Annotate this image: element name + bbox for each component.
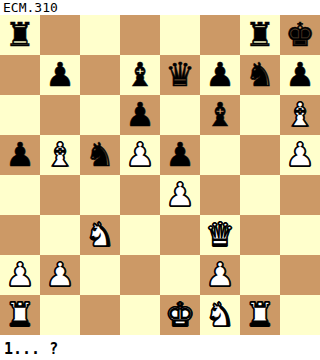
square-h1[interactable] xyxy=(280,295,320,335)
square-g1[interactable]: ♜ xyxy=(240,295,280,335)
square-c8[interactable] xyxy=(80,15,120,55)
square-g8[interactable]: ♜ xyxy=(240,15,280,55)
piece-bP-f7: ♟ xyxy=(205,55,235,95)
piece-wP-d5: ♟ xyxy=(125,135,155,175)
square-e1[interactable]: ♚ xyxy=(160,295,200,335)
square-d5[interactable]: ♟ xyxy=(120,135,160,175)
square-e2[interactable] xyxy=(160,255,200,295)
square-f3[interactable]: ♛ xyxy=(200,215,240,255)
square-f4[interactable] xyxy=(200,175,240,215)
square-a7[interactable] xyxy=(0,55,40,95)
square-d7[interactable]: ♝ xyxy=(120,55,160,95)
square-g6[interactable] xyxy=(240,95,280,135)
chess-board: ♜♜♚♟♝♛♟♞♟♟♝♝♟♝♞♟♟♟♟♞♛♟♟♟♜♚♞♜ xyxy=(0,15,320,335)
square-b6[interactable] xyxy=(40,95,80,135)
square-b7[interactable]: ♟ xyxy=(40,55,80,95)
square-a4[interactable] xyxy=(0,175,40,215)
square-g2[interactable] xyxy=(240,255,280,295)
square-f7[interactable]: ♟ xyxy=(200,55,240,95)
piece-bP-h7: ♟ xyxy=(285,55,315,95)
square-c7[interactable] xyxy=(80,55,120,95)
piece-wP-a2: ♟ xyxy=(5,255,35,295)
square-h3[interactable] xyxy=(280,215,320,255)
piece-bB-d7: ♝ xyxy=(125,55,155,95)
square-a2[interactable]: ♟ xyxy=(0,255,40,295)
piece-bP-e5: ♟ xyxy=(165,135,195,175)
square-e6[interactable] xyxy=(160,95,200,135)
square-a3[interactable] xyxy=(0,215,40,255)
square-e5[interactable]: ♟ xyxy=(160,135,200,175)
piece-bQ-e7: ♛ xyxy=(165,55,195,95)
square-h2[interactable] xyxy=(280,255,320,295)
square-c4[interactable] xyxy=(80,175,120,215)
square-h8[interactable]: ♚ xyxy=(280,15,320,55)
square-b4[interactable] xyxy=(40,175,80,215)
square-g3[interactable] xyxy=(240,215,280,255)
piece-wR-a1: ♜ xyxy=(5,295,35,335)
square-a6[interactable] xyxy=(0,95,40,135)
piece-bB-f6: ♝ xyxy=(205,95,235,135)
piece-bP-b7: ♟ xyxy=(45,55,75,95)
piece-bR-a8: ♜ xyxy=(5,15,35,55)
piece-wR-g1: ♜ xyxy=(245,295,275,335)
square-g4[interactable] xyxy=(240,175,280,215)
square-c5[interactable]: ♞ xyxy=(80,135,120,175)
piece-wP-b2: ♟ xyxy=(45,255,75,295)
square-c3[interactable]: ♞ xyxy=(80,215,120,255)
piece-wP-h5: ♟ xyxy=(285,135,315,175)
square-d8[interactable] xyxy=(120,15,160,55)
piece-bP-a5: ♟ xyxy=(5,135,35,175)
square-h7[interactable]: ♟ xyxy=(280,55,320,95)
square-h4[interactable] xyxy=(280,175,320,215)
square-e8[interactable] xyxy=(160,15,200,55)
square-d4[interactable] xyxy=(120,175,160,215)
chess-diagram-app: ECM.310 ♜♜♚♟♝♛♟♞♟♟♝♝♟♝♞♟♟♟♟♞♛♟♟♟♜♚♞♜ 1..… xyxy=(0,0,320,360)
piece-wQ-f3: ♛ xyxy=(205,215,235,255)
move-prompt: 1... ? xyxy=(4,338,58,360)
piece-bN-g7: ♞ xyxy=(245,55,275,95)
square-d6[interactable]: ♟ xyxy=(120,95,160,135)
square-a8[interactable]: ♜ xyxy=(0,15,40,55)
square-a1[interactable]: ♜ xyxy=(0,295,40,335)
square-d1[interactable] xyxy=(120,295,160,335)
square-h6[interactable]: ♝ xyxy=(280,95,320,135)
square-c2[interactable] xyxy=(80,255,120,295)
square-f8[interactable] xyxy=(200,15,240,55)
piece-wP-f2: ♟ xyxy=(205,255,235,295)
piece-bP-d6: ♟ xyxy=(125,95,155,135)
diagram-title: ECM.310 xyxy=(3,0,58,15)
square-c6[interactable] xyxy=(80,95,120,135)
square-f6[interactable]: ♝ xyxy=(200,95,240,135)
square-f5[interactable] xyxy=(200,135,240,175)
piece-wB-h6: ♝ xyxy=(285,95,315,135)
square-h5[interactable]: ♟ xyxy=(280,135,320,175)
square-e4[interactable]: ♟ xyxy=(160,175,200,215)
square-g7[interactable]: ♞ xyxy=(240,55,280,95)
piece-wP-e4: ♟ xyxy=(165,175,195,215)
piece-bR-g8: ♜ xyxy=(245,15,275,55)
square-b1[interactable] xyxy=(40,295,80,335)
square-f2[interactable]: ♟ xyxy=(200,255,240,295)
piece-wN-c3: ♞ xyxy=(85,215,115,255)
piece-wN-f1: ♞ xyxy=(205,295,235,335)
piece-bK-h8: ♚ xyxy=(285,15,315,55)
square-b5[interactable]: ♝ xyxy=(40,135,80,175)
square-f1[interactable]: ♞ xyxy=(200,295,240,335)
square-b2[interactable]: ♟ xyxy=(40,255,80,295)
square-d2[interactable] xyxy=(120,255,160,295)
piece-wK-e1: ♚ xyxy=(165,295,195,335)
square-e7[interactable]: ♛ xyxy=(160,55,200,95)
piece-wB-b5: ♝ xyxy=(45,135,75,175)
square-c1[interactable] xyxy=(80,295,120,335)
piece-bN-c5: ♞ xyxy=(85,135,115,175)
square-a5[interactable]: ♟ xyxy=(0,135,40,175)
square-b8[interactable] xyxy=(40,15,80,55)
square-d3[interactable] xyxy=(120,215,160,255)
square-b3[interactable] xyxy=(40,215,80,255)
square-g5[interactable] xyxy=(240,135,280,175)
square-e3[interactable] xyxy=(160,215,200,255)
